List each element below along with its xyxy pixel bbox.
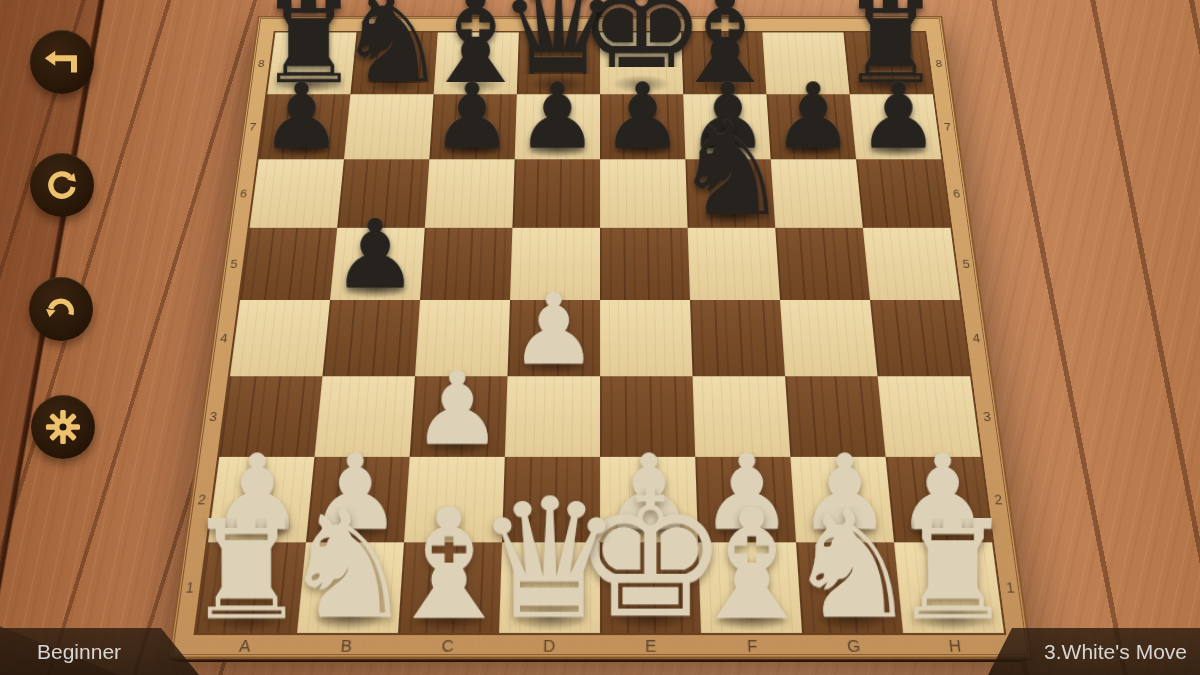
refresh-button[interactable] (30, 153, 94, 217)
square-e6[interactable] (600, 159, 688, 227)
square-b4[interactable] (322, 300, 420, 376)
square-g7[interactable] (766, 94, 856, 159)
square-f4[interactable] (690, 300, 785, 376)
square-c7[interactable] (429, 94, 516, 159)
undo-arrow-icon (44, 44, 80, 80)
piece-white-queen-d1[interactable]: ♛ (499, 542, 600, 633)
piece-white-pawn-c3[interactable]: ♟ (410, 376, 508, 457)
chess-app-screen: 87654321 87654321 ABCDEFGH ♜♞♝♛♚♝♜♟♟♟♟♟♟… (0, 0, 1200, 675)
square-d8[interactable] (517, 32, 600, 94)
square-g4[interactable] (780, 300, 878, 376)
square-c5[interactable] (420, 228, 512, 300)
square-f7[interactable] (683, 94, 770, 159)
square-a7[interactable] (259, 94, 351, 159)
white-bishop-glyph: ♝ (683, 505, 820, 624)
file-label-d: D (498, 633, 600, 659)
piece-white-bishop-f1[interactable]: ♝ (698, 542, 802, 633)
white-queen-glyph: ♛ (475, 495, 624, 624)
square-h8[interactable] (843, 32, 932, 94)
board-front-edge (164, 659, 1036, 663)
move-indicator: 3.White's Move (1044, 640, 1187, 664)
square-h6[interactable] (856, 159, 950, 227)
square-e5[interactable] (600, 228, 690, 300)
piece-white-pawn-d4[interactable]: ♟ (507, 300, 600, 376)
square-a8[interactable] (267, 32, 356, 94)
square-d3[interactable] (505, 376, 600, 457)
square-b7[interactable] (344, 94, 434, 159)
file-label-f: F (701, 633, 804, 659)
square-h4[interactable] (870, 300, 970, 376)
square-e8[interactable] (600, 32, 683, 94)
square-d7[interactable] (515, 94, 600, 159)
square-g6[interactable] (771, 159, 863, 227)
square-e7[interactable] (600, 94, 685, 159)
board-scene: 87654321 87654321 ABCDEFGH ♜♞♝♛♚♝♜♟♟♟♟♟♟… (0, 0, 1200, 675)
file-label-h: H (903, 633, 1007, 659)
file-label-g: G (802, 633, 906, 659)
square-a6[interactable] (250, 159, 344, 227)
file-label-b: B (294, 633, 398, 659)
move-status-bar: 3.White's Move (988, 628, 1200, 675)
refresh-cw-icon (44, 167, 80, 203)
square-b8[interactable] (350, 32, 437, 94)
file-label-c: C (396, 633, 499, 659)
square-g5[interactable] (775, 228, 870, 300)
chess-board[interactable]: 87654321 87654321 ABCDEFGH ♜♞♝♛♚♝♜♟♟♟♟♟♟… (168, 16, 1033, 659)
square-a5[interactable] (240, 228, 337, 300)
square-e4[interactable] (600, 300, 693, 376)
white-pawn-glyph: ♟ (510, 292, 598, 369)
settings-button[interactable] (31, 395, 95, 459)
square-a4[interactable] (230, 300, 330, 376)
square-c8[interactable] (434, 32, 519, 94)
white-rook-glyph: ♜ (892, 518, 1015, 625)
square-d6[interactable] (512, 159, 600, 227)
square-h7[interactable] (850, 94, 942, 159)
square-f6[interactable] (685, 159, 775, 227)
file-labels-bottom: ABCDEFGH (193, 633, 1008, 659)
white-rook-glyph: ♜ (186, 518, 309, 625)
file-label-a: A (193, 633, 297, 659)
rotate-button[interactable] (29, 277, 93, 341)
file-label-e: E (600, 633, 702, 659)
piece-white-rook-a1[interactable]: ♜ (196, 542, 306, 633)
square-f5[interactable] (688, 228, 780, 300)
square-c6[interactable] (425, 159, 515, 227)
difficulty-label: Beginner (37, 640, 121, 664)
undo-button[interactable] (30, 30, 94, 94)
square-g8[interactable] (762, 32, 849, 94)
piece-white-rook-h1[interactable]: ♜ (894, 542, 1004, 633)
square-b6[interactable] (337, 159, 429, 227)
square-h5[interactable] (863, 228, 960, 300)
rotate-ccw-icon (43, 291, 79, 327)
white-pawn-glyph: ♟ (412, 370, 503, 449)
square-f8[interactable] (681, 32, 766, 94)
square-b5[interactable] (330, 228, 425, 300)
gear-icon (44, 408, 82, 446)
